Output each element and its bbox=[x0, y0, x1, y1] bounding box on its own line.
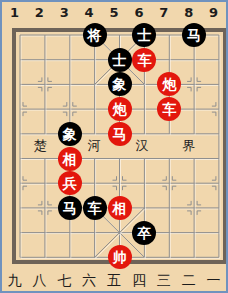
piece-red-elephant[interactable]: 相 bbox=[58, 147, 82, 171]
piece-red-chariot[interactable]: 车 bbox=[132, 48, 156, 72]
bottom-label-1: 九 bbox=[2, 270, 27, 290]
piece-black-horse[interactable]: 马 bbox=[182, 23, 206, 47]
river-char-3: 汉 bbox=[136, 137, 149, 155]
piece-red-soldier[interactable]: 兵 bbox=[58, 171, 82, 195]
bottom-label-5: 五 bbox=[102, 270, 127, 290]
river-char-2: 河 bbox=[88, 137, 101, 155]
piece-black-elephant[interactable]: 象 bbox=[108, 72, 132, 96]
bottom-label-8: 二 bbox=[176, 270, 201, 290]
piece-red-cannon[interactable]: 炮 bbox=[108, 97, 132, 121]
bottom-label-9: 一 bbox=[201, 270, 226, 290]
bottom-label-3: 七 bbox=[52, 270, 77, 290]
bottom-label-6: 四 bbox=[126, 270, 151, 290]
column-labels-bottom: 九八七六五四三二一 bbox=[2, 270, 226, 290]
piece-black-soldier[interactable]: 卒 bbox=[132, 221, 156, 245]
river-char-1: 楚 bbox=[34, 137, 47, 155]
piece-red-horse[interactable]: 马 bbox=[108, 122, 132, 146]
piece-black-advisor[interactable]: 士 bbox=[108, 48, 132, 72]
piece-red-general[interactable]: 帅 bbox=[108, 245, 132, 269]
xiangqi-board-panel: 123456789 楚河汉界 将士马士车象炮炮车象马相兵马车相卒帅 九八七六五四… bbox=[0, 0, 228, 293]
bottom-label-2: 八 bbox=[27, 270, 52, 290]
river-char-4: 界 bbox=[183, 137, 196, 155]
piece-red-elephant[interactable]: 相 bbox=[108, 196, 132, 220]
piece-black-chariot[interactable]: 车 bbox=[83, 196, 107, 220]
piece-black-general[interactable]: 将 bbox=[83, 23, 107, 47]
bottom-label-7: 三 bbox=[151, 270, 176, 290]
bottom-label-4: 六 bbox=[77, 270, 102, 290]
piece-black-horse[interactable]: 马 bbox=[58, 196, 82, 220]
piece-black-elephant[interactable]: 象 bbox=[58, 122, 82, 146]
